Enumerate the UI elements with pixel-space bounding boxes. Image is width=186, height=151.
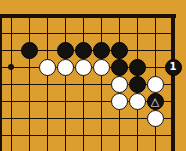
black-stone xyxy=(129,76,146,93)
black-stone xyxy=(111,59,128,76)
black-stone xyxy=(57,42,74,59)
triangle-mark-icon: △ xyxy=(151,95,159,106)
triangle-marked-stone: △ xyxy=(147,93,164,110)
grid-line-horizontal xyxy=(0,135,175,136)
grid-line-vertical-cropped xyxy=(0,14,2,151)
grid-line-vertical xyxy=(101,18,102,151)
grid-line-vertical xyxy=(83,18,84,151)
black-stone xyxy=(129,59,146,76)
white-stone xyxy=(147,110,164,127)
white-stone xyxy=(39,59,56,76)
go-board: 1△ xyxy=(0,0,186,151)
grid-line-vertical xyxy=(47,18,48,151)
go-diagram: 1△ xyxy=(0,0,186,151)
white-stone xyxy=(93,59,110,76)
move-number-label: 1 xyxy=(170,62,177,72)
white-stone xyxy=(129,93,146,110)
move-1-stone: 1 xyxy=(165,59,182,76)
white-stone xyxy=(75,59,92,76)
black-stone xyxy=(93,42,110,59)
grid-line-horizontal xyxy=(0,33,175,34)
white-stone xyxy=(111,76,128,93)
black-stone xyxy=(21,42,38,59)
hoshi-point xyxy=(8,64,14,70)
white-stone xyxy=(111,93,128,110)
board-top-edge-line xyxy=(0,14,176,18)
black-stone xyxy=(75,42,92,59)
board-right-edge-line xyxy=(171,14,175,151)
white-stone xyxy=(57,59,74,76)
black-stone xyxy=(111,42,128,59)
grid-line-vertical xyxy=(29,18,30,151)
white-stone xyxy=(147,76,164,93)
grid-line-vertical xyxy=(65,18,66,151)
grid-line-vertical xyxy=(11,18,12,151)
